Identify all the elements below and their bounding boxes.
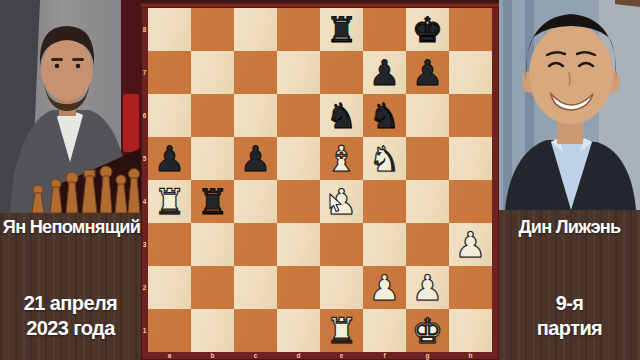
rank-label-2: 2 [141, 266, 148, 309]
square-a7[interactable] [148, 51, 191, 94]
square-d2[interactable] [277, 266, 320, 309]
square-f3[interactable] [363, 223, 406, 266]
date-line-1: 21 апреля [0, 291, 141, 316]
square-g3[interactable] [406, 223, 449, 266]
piece-black-rook-b4[interactable]: ♜ [191, 180, 234, 223]
piece-white-bishop-e5[interactable]: ♝ [320, 137, 363, 180]
square-c2[interactable] [234, 266, 277, 309]
square-c6[interactable] [234, 94, 277, 137]
square-a6[interactable] [148, 94, 191, 137]
square-e7[interactable] [320, 51, 363, 94]
square-d1[interactable] [277, 309, 320, 352]
piece-white-pawn-h3[interactable]: ♟ [449, 223, 492, 266]
square-h5[interactable] [449, 137, 492, 180]
square-c5[interactable]: ♟ [234, 137, 277, 180]
square-d6[interactable] [277, 94, 320, 137]
square-g6[interactable] [406, 94, 449, 137]
square-c1[interactable] [234, 309, 277, 352]
ding-liren-photo [499, 0, 640, 210]
square-h6[interactable] [449, 94, 492, 137]
square-b5[interactable] [191, 137, 234, 180]
square-f7[interactable]: ♟ [363, 51, 406, 94]
rank-label-7: 7 [141, 51, 148, 94]
file-label-b: b [191, 351, 234, 360]
piece-black-pawn-f7[interactable]: ♟ [363, 51, 406, 94]
square-a5[interactable]: ♟ [148, 137, 191, 180]
piece-black-knight-e6[interactable]: ♞ [320, 94, 363, 137]
piece-black-rook-e8[interactable]: ♜ [320, 8, 363, 51]
file-labels: abcdefgh [148, 351, 492, 360]
piece-black-king-g8[interactable]: ♚ [406, 8, 449, 51]
square-h4[interactable] [449, 180, 492, 223]
right-player-panel: Дин Лижэнь 9-я партия [499, 0, 640, 360]
square-b4[interactable]: ♜ [191, 180, 234, 223]
square-h3[interactable]: ♟ [449, 223, 492, 266]
piece-white-pawn-f2[interactable]: ♟ [363, 266, 406, 309]
square-e6[interactable]: ♞ [320, 94, 363, 137]
rank-label-3: 3 [141, 223, 148, 266]
rank-label-4: 4 [141, 180, 148, 223]
piece-black-knight-f6[interactable]: ♞ [363, 94, 406, 137]
square-h2[interactable] [449, 266, 492, 309]
square-d4[interactable] [277, 180, 320, 223]
square-d5[interactable] [277, 137, 320, 180]
piece-black-pawn-c5[interactable]: ♟ [234, 137, 277, 180]
rank-label-1: 1 [141, 309, 148, 352]
file-label-h: h [449, 351, 492, 360]
file-label-f: f [363, 351, 406, 360]
square-g5[interactable] [406, 137, 449, 180]
piece-white-rook-e1[interactable]: ♜ [320, 309, 363, 352]
square-h1[interactable] [449, 309, 492, 352]
square-a2[interactable] [148, 266, 191, 309]
square-a1[interactable] [148, 309, 191, 352]
square-c3[interactable] [234, 223, 277, 266]
left-caption: 21 апреля 2023 года [0, 291, 141, 341]
square-f6[interactable]: ♞ [363, 94, 406, 137]
piece-white-king-g1[interactable]: ♚ [406, 309, 449, 352]
board-top-border [141, 0, 499, 8]
square-e8[interactable]: ♜ [320, 8, 363, 51]
right-caption: 9-я партия [499, 291, 640, 341]
rank-label-5: 5 [141, 137, 148, 180]
square-g4[interactable] [406, 180, 449, 223]
left-player-panel: Ян Непомнящий 21 апреля 2023 года [0, 0, 141, 360]
file-label-d: d [277, 351, 320, 360]
chess-board[interactable]: ♜♚♟♟♞♞♟♟♝♞♜♜♟♟♟♟♜♚ [148, 8, 492, 352]
square-d7[interactable] [277, 51, 320, 94]
piece-white-pawn-e4[interactable]: ♟ [320, 180, 363, 223]
game-word-line: партия [499, 316, 640, 341]
file-label-a: a [148, 351, 191, 360]
square-g7[interactable]: ♟ [406, 51, 449, 94]
game-number-line: 9-я [499, 291, 640, 316]
piece-white-pawn-g2[interactable]: ♟ [406, 266, 449, 309]
date-line-2: 2023 года [0, 316, 141, 341]
square-a8[interactable] [148, 8, 191, 51]
square-e3[interactable] [320, 223, 363, 266]
square-g2[interactable]: ♟ [406, 266, 449, 309]
square-g1[interactable]: ♚ [406, 309, 449, 352]
file-label-c: c [234, 351, 277, 360]
square-f5[interactable]: ♞ [363, 137, 406, 180]
square-b8[interactable] [191, 8, 234, 51]
square-c7[interactable] [234, 51, 277, 94]
square-c4[interactable] [234, 180, 277, 223]
rank-label-6: 6 [141, 94, 148, 137]
square-e5[interactable]: ♝ [320, 137, 363, 180]
square-e4[interactable]: ♟ [320, 180, 363, 223]
rank-label-8: 8 [141, 8, 148, 51]
square-b1[interactable] [191, 309, 234, 352]
piece-white-rook-a4[interactable]: ♜ [148, 180, 191, 223]
square-a4[interactable]: ♜ [148, 180, 191, 223]
square-h7[interactable] [449, 51, 492, 94]
square-d3[interactable] [277, 223, 320, 266]
square-e2[interactable] [320, 266, 363, 309]
left-player-name: Ян Непомнящий [3, 216, 138, 238]
square-g8[interactable]: ♚ [406, 8, 449, 51]
square-b6[interactable] [191, 94, 234, 137]
square-b7[interactable] [191, 51, 234, 94]
square-f8[interactable] [363, 8, 406, 51]
file-label-e: e [320, 351, 363, 360]
square-b3[interactable] [191, 223, 234, 266]
file-label-g: g [406, 351, 449, 360]
square-c8[interactable] [234, 8, 277, 51]
square-f1[interactable] [363, 309, 406, 352]
square-f2[interactable]: ♟ [363, 266, 406, 309]
video-frame: Ян Непомнящий 21 апреля 2023 года [0, 0, 640, 360]
piece-black-pawn-a5[interactable]: ♟ [148, 137, 191, 180]
chess-board-frame: 87654321 ♜♚♟♟♞♞♟♟♝♞♜♜♟♟♟♟♜♚ abcdefgh [141, 0, 499, 360]
piece-black-pawn-g7[interactable]: ♟ [406, 51, 449, 94]
piece-white-knight-f5[interactable]: ♞ [363, 137, 406, 180]
square-e1[interactable]: ♜ [320, 309, 363, 352]
square-h8[interactable] [449, 8, 492, 51]
square-d8[interactable] [277, 8, 320, 51]
right-player-name: Дин Лижэнь [502, 216, 637, 238]
square-a3[interactable] [148, 223, 191, 266]
rank-labels: 87654321 [141, 8, 148, 352]
square-f4[interactable] [363, 180, 406, 223]
nepomniachtchi-photo [0, 0, 141, 213]
square-b2[interactable] [191, 266, 234, 309]
